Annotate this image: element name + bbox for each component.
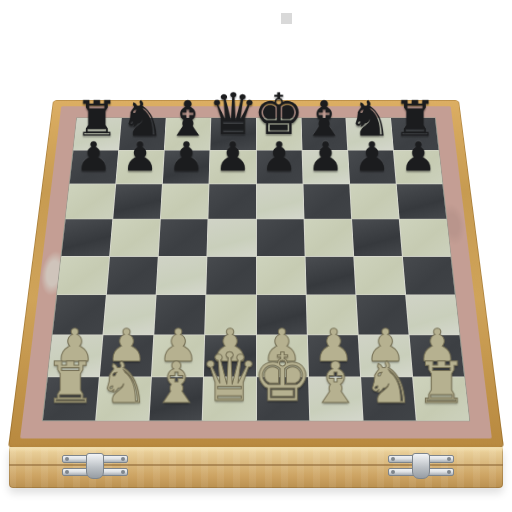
gray-artifact — [281, 13, 292, 24]
square-b4[interactable] — [107, 256, 158, 294]
square-c6[interactable] — [161, 184, 209, 219]
square-h5[interactable] — [400, 220, 451, 256]
pink-marble-border: ♜♞♝♛♚♝♞♜♟♟♟♟♟♟♟♟♟♟♟♟♟♟♟♟♜♞♝♛♚♝♞♜ — [20, 106, 492, 438]
square-a5[interactable] — [62, 220, 113, 256]
black-pawn[interactable]: ♟ — [75, 136, 111, 176]
square-e4[interactable] — [256, 256, 305, 294]
square-f5[interactable] — [304, 220, 353, 256]
black-pawn[interactable]: ♟ — [215, 136, 251, 176]
screw-icon — [121, 457, 125, 461]
product-photo-scene: ♜♞♝♛♚♝♞♜♟♟♟♟♟♟♟♟♟♟♟♟♟♟♟♟♜♞♝♛♚♝♞♜ — [0, 0, 512, 512]
latch-hook — [412, 453, 430, 479]
square-b1[interactable]: ♞ — [96, 377, 151, 420]
square-c7[interactable]: ♟ — [163, 151, 210, 184]
square-e6[interactable] — [256, 184, 303, 219]
black-pawn[interactable]: ♟ — [261, 136, 297, 176]
black-pawn[interactable]: ♟ — [308, 136, 344, 176]
latch-icon — [388, 453, 454, 483]
white-knight[interactable]: ♞ — [98, 354, 149, 411]
chess-board: ♜♞♝♛♚♝♞♜♟♟♟♟♟♟♟♟♟♟♟♟♟♟♟♟♜♞♝♛♚♝♞♜ — [43, 118, 469, 420]
white-knight[interactable]: ♞ — [363, 354, 414, 411]
black-pawn[interactable]: ♟ — [168, 136, 204, 176]
square-e7[interactable]: ♟ — [256, 151, 302, 184]
square-d4[interactable] — [207, 256, 256, 294]
white-bishop[interactable]: ♝ — [151, 354, 202, 411]
square-e1[interactable]: ♚ — [256, 377, 308, 420]
square-g1[interactable]: ♞ — [361, 377, 416, 420]
square-g7[interactable]: ♟ — [348, 151, 396, 184]
square-d7[interactable]: ♟ — [210, 151, 256, 184]
wood-frame: ♜♞♝♛♚♝♞♜♟♟♟♟♟♟♟♟♟♟♟♟♟♟♟♟♜♞♝♛♚♝♞♜ — [8, 100, 504, 448]
screw-icon — [447, 470, 451, 474]
square-e5[interactable] — [256, 220, 304, 256]
white-rook[interactable]: ♜ — [44, 354, 95, 411]
screw-icon — [65, 470, 69, 474]
black-pawn[interactable]: ♟ — [401, 136, 437, 176]
square-d1[interactable]: ♛ — [203, 377, 255, 420]
square-b6[interactable] — [113, 184, 162, 219]
square-f1[interactable]: ♝ — [309, 377, 363, 420]
square-c5[interactable] — [159, 220, 208, 256]
latch-hook — [86, 453, 104, 479]
black-pawn[interactable]: ♟ — [354, 136, 390, 176]
square-c1[interactable]: ♝ — [150, 377, 204, 420]
square-f7[interactable]: ♟ — [302, 151, 349, 184]
square-h6[interactable] — [397, 184, 447, 219]
black-pawn[interactable]: ♟ — [122, 136, 158, 176]
square-h4[interactable] — [403, 256, 455, 294]
square-a7[interactable]: ♟ — [70, 151, 119, 184]
latch-icon — [62, 453, 128, 483]
square-f4[interactable] — [305, 256, 355, 294]
screw-icon — [447, 457, 451, 461]
screw-icon — [65, 457, 69, 461]
screw-icon — [121, 470, 125, 474]
square-g5[interactable] — [352, 220, 402, 256]
white-rook[interactable]: ♜ — [416, 354, 467, 411]
white-king[interactable]: ♚ — [253, 345, 313, 412]
square-g6[interactable] — [350, 184, 399, 219]
white-bishop[interactable]: ♝ — [310, 354, 361, 411]
square-g4[interactable] — [354, 256, 405, 294]
square-d5[interactable] — [208, 220, 256, 256]
square-b7[interactable]: ♟ — [116, 151, 164, 184]
square-c4[interactable] — [157, 256, 207, 294]
square-b5[interactable] — [110, 220, 160, 256]
square-h7[interactable]: ♟ — [394, 151, 443, 184]
square-d6[interactable] — [209, 184, 256, 219]
square-a1[interactable]: ♜ — [43, 377, 99, 420]
square-a4[interactable] — [57, 256, 109, 294]
chess-box-top: ♜♞♝♛♚♝♞♜♟♟♟♟♟♟♟♟♟♟♟♟♟♟♟♟♜♞♝♛♚♝♞♜ — [8, 100, 504, 448]
box-front-panel — [9, 447, 503, 488]
square-a6[interactable] — [66, 184, 116, 219]
screw-icon — [391, 470, 395, 474]
square-f6[interactable] — [303, 184, 351, 219]
square-h1[interactable]: ♜ — [413, 377, 469, 420]
screw-icon — [391, 457, 395, 461]
white-queen[interactable]: ♛ — [199, 345, 259, 412]
